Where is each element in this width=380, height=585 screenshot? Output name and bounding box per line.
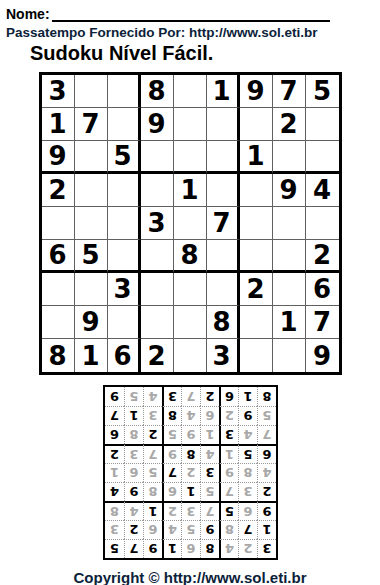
- sudoku-cell-r3c4[interactable]: [141, 141, 174, 174]
- sudoku-cell-r1c8: 7: [273, 75, 306, 108]
- copyright-line: Copyright © http://www.sol.eti.br: [6, 569, 374, 585]
- sudoku-cell-r4c3[interactable]: [108, 174, 141, 207]
- sudoku-cell-r8c4[interactable]: [141, 306, 174, 339]
- sudoku-cell-r6c8[interactable]: [273, 240, 306, 273]
- solution-cell-r3c1: 9: [257, 501, 276, 520]
- sudoku-cell-r6c4[interactable]: [141, 240, 174, 273]
- solution-cell-r5c9: 1: [105, 463, 124, 482]
- solution-cell-r1c3: 4: [219, 539, 238, 558]
- solution-cell-r1c4: 8: [200, 539, 219, 558]
- sudoku-cell-r1c1: 3: [42, 75, 75, 108]
- solution-cell-r7c5: 9: [181, 425, 200, 444]
- solution-grid-wrapper: 3248619751789546239657321482375168944893…: [103, 385, 278, 560]
- solution-cell-r9c8: 5: [124, 387, 143, 406]
- sudoku-cell-r3c6[interactable]: [207, 141, 240, 174]
- solution-cell-r9c1: 8: [257, 387, 276, 406]
- sudoku-cell-r3c8[interactable]: [273, 141, 306, 174]
- solution-grid: 3248619751789546239657321482375168944893…: [103, 385, 278, 560]
- sudoku-cell-r8c6: 8: [207, 306, 240, 339]
- sudoku-cell-r4c2[interactable]: [75, 174, 108, 207]
- solution-cell-r4c5: 1: [181, 482, 200, 501]
- sudoku-cell-r1c3[interactable]: [108, 75, 141, 108]
- solution-cell-r7c2: 4: [238, 425, 257, 444]
- solution-cell-r4c4: 5: [200, 482, 219, 501]
- solution-cell-r5c3: 9: [219, 463, 238, 482]
- sudoku-cell-r1c4: 8: [141, 75, 174, 108]
- page-title: Sudoku Nível Fácil.: [30, 42, 374, 65]
- solution-cell-r6c7: 7: [143, 444, 162, 463]
- sudoku-cell-r1c9: 5: [306, 75, 339, 108]
- sudoku-cell-r3c2[interactable]: [75, 141, 108, 174]
- solution-cell-r1c9: 5: [105, 539, 124, 558]
- sudoku-cell-r3c5[interactable]: [174, 141, 207, 174]
- solution-cell-r8c1: 5: [257, 406, 276, 425]
- solution-cell-r8c8: 1: [124, 406, 143, 425]
- solution-cell-r7c7: 2: [143, 425, 162, 444]
- sudoku-cell-r6c5: 8: [174, 240, 207, 273]
- solution-cell-r7c8: 8: [124, 425, 143, 444]
- solution-cell-r4c2: 3: [238, 482, 257, 501]
- solution-cell-r3c2: 6: [238, 501, 257, 520]
- solution-cell-r2c2: 7: [238, 520, 257, 539]
- sudoku-cell-r7c3: 3: [108, 273, 141, 306]
- solution-cell-r4c7: 8: [143, 482, 162, 501]
- sudoku-cell-r8c2: 9: [75, 306, 108, 339]
- solution-cell-r2c3: 8: [219, 520, 238, 539]
- sudoku-cell-r1c2[interactable]: [75, 75, 108, 108]
- solution-cell-r5c2: 8: [238, 463, 257, 482]
- solution-cell-r3c9: 8: [105, 501, 124, 520]
- sudoku-cell-r8c9: 7: [306, 306, 339, 339]
- sudoku-cell-r2c9[interactable]: [306, 108, 339, 141]
- sudoku-cell-r1c5[interactable]: [174, 75, 207, 108]
- solution-cell-r8c6: 8: [162, 406, 181, 425]
- solution-cell-r7c9: 6: [105, 425, 124, 444]
- solution-cell-r8c5: 4: [181, 406, 200, 425]
- solution-cell-r1c2: 2: [238, 539, 257, 558]
- solution-cell-r2c5: 5: [181, 520, 200, 539]
- sudoku-cell-r8c7[interactable]: [240, 306, 273, 339]
- solution-cell-r4c1: 2: [257, 482, 276, 501]
- sudoku-cell-r2c3[interactable]: [108, 108, 141, 141]
- sudoku-cell-r6c2: 5: [75, 240, 108, 273]
- sudoku-cell-r9c5[interactable]: [174, 339, 207, 372]
- solution-cell-r2c6: 4: [162, 520, 181, 539]
- sudoku-cell-r9c2: 1: [75, 339, 108, 372]
- sudoku-cell-r9c9: 9: [306, 339, 339, 372]
- solution-cell-r9c6: 3: [162, 387, 181, 406]
- sudoku-cell-r8c5[interactable]: [174, 306, 207, 339]
- sudoku-cell-r3c7: 1: [240, 141, 273, 174]
- sudoku-cell-r3c3: 5: [108, 141, 141, 174]
- sudoku-cell-r4c1: 2: [42, 174, 75, 207]
- solution-cell-r1c8: 7: [124, 539, 143, 558]
- sudoku-cell-r4c7[interactable]: [240, 174, 273, 207]
- sudoku-cell-r5c5[interactable]: [174, 207, 207, 240]
- solution-cell-r8c7: 3: [143, 406, 162, 425]
- solution-cell-r7c4: 1: [200, 425, 219, 444]
- solution-cell-r9c4: 2: [200, 387, 219, 406]
- sudoku-cell-r2c8: 2: [273, 108, 306, 141]
- sudoku-cell-r7c8[interactable]: [273, 273, 306, 306]
- solution-cell-r5c4: 3: [200, 463, 219, 482]
- sudoku-cell-r6c1: 6: [42, 240, 75, 273]
- sudoku-cell-r6c7[interactable]: [240, 240, 273, 273]
- sudoku-cell-r4c4[interactable]: [141, 174, 174, 207]
- provider-line: Passatempo Fornecido Por: http://www.sol…: [6, 25, 374, 40]
- sudoku-grid: 381975179295121943765823269817816239: [39, 72, 342, 375]
- solution-cell-r7c1: 7: [257, 425, 276, 444]
- solution-cell-r6c9: 2: [105, 444, 124, 463]
- solution-cell-r2c7: 6: [143, 520, 162, 539]
- solution-cell-r5c7: 5: [143, 463, 162, 482]
- solution-cell-r8c9: 7: [105, 406, 124, 425]
- sudoku-cell-r6c9: 2: [306, 240, 339, 273]
- sudoku-cell-r2c1: 1: [42, 108, 75, 141]
- solution-cell-r3c6: 2: [162, 501, 181, 520]
- name-underline: [52, 7, 330, 22]
- solution-cell-r2c4: 9: [200, 520, 219, 539]
- sudoku-cell-r5c3[interactable]: [108, 207, 141, 240]
- solution-cell-r3c8: 4: [124, 501, 143, 520]
- solution-cell-r6c5: 8: [181, 444, 200, 463]
- worksheet-page: Nome: Passatempo Fornecido Por: http://w…: [0, 0, 380, 585]
- solution-cell-r1c6: 1: [162, 539, 181, 558]
- solution-cell-r8c4: 6: [200, 406, 219, 425]
- sudoku-cell-r4c5: 1: [174, 174, 207, 207]
- sudoku-cell-r2c5[interactable]: [174, 108, 207, 141]
- solution-cell-r1c7: 9: [143, 539, 162, 558]
- sudoku-cell-r9c1: 8: [42, 339, 75, 372]
- solution-cell-r4c9: 4: [105, 482, 124, 501]
- solution-cell-r3c4: 7: [200, 501, 219, 520]
- sudoku-cell-r3c9[interactable]: [306, 141, 339, 174]
- solution-cell-r6c2: 5: [238, 444, 257, 463]
- sudoku-cell-r9c3: 6: [108, 339, 141, 372]
- sudoku-cell-r5c7[interactable]: [240, 207, 273, 240]
- sudoku-cell-r5c6: 7: [207, 207, 240, 240]
- solution-cell-r2c1: 1: [257, 520, 276, 539]
- sudoku-cell-r7c9: 6: [306, 273, 339, 306]
- solution-cell-r1c1: 3: [257, 539, 276, 558]
- sudoku-cell-r4c6[interactable]: [207, 174, 240, 207]
- solution-cell-r5c8: 6: [124, 463, 143, 482]
- solution-cell-r9c9: 9: [105, 387, 124, 406]
- solution-cell-r4c3: 7: [219, 482, 238, 501]
- solution-cell-r9c3: 6: [219, 387, 238, 406]
- solution-cell-r6c1: 6: [257, 444, 276, 463]
- sudoku-cell-r8c3[interactable]: [108, 306, 141, 339]
- solution-cell-r3c7: 1: [143, 501, 162, 520]
- solution-cell-r8c2: 9: [238, 406, 257, 425]
- solution-cell-r2c8: 2: [124, 520, 143, 539]
- sudoku-cell-r5c8[interactable]: [273, 207, 306, 240]
- sudoku-cell-r2c7[interactable]: [240, 108, 273, 141]
- sudoku-cell-r9c7[interactable]: [240, 339, 273, 372]
- sudoku-cell-r7c2[interactable]: [75, 273, 108, 306]
- sudoku-cell-r1c7: 9: [240, 75, 273, 108]
- solution-cell-r8c3: 2: [219, 406, 238, 425]
- solution-cell-r5c1: 4: [257, 463, 276, 482]
- sudoku-cell-r9c4: 2: [141, 339, 174, 372]
- sudoku-cell-r8c8: 1: [273, 306, 306, 339]
- name-label: Nome:: [6, 6, 50, 22]
- solution-cell-r6c4: 4: [200, 444, 219, 463]
- solution-cell-r2c9: 3: [105, 520, 124, 539]
- sudoku-cell-r4c9: 4: [306, 174, 339, 207]
- sudoku-cell-r6c3[interactable]: [108, 240, 141, 273]
- solution-cell-r3c5: 3: [181, 501, 200, 520]
- sudoku-cell-r5c9[interactable]: [306, 207, 339, 240]
- solution-cell-r7c6: 5: [162, 425, 181, 444]
- sudoku-cell-r5c1[interactable]: [42, 207, 75, 240]
- sudoku-cell-r5c4: 3: [141, 207, 174, 240]
- sudoku-cell-r9c8[interactable]: [273, 339, 306, 372]
- solution-cell-r6c6: 9: [162, 444, 181, 463]
- solution-cell-r5c6: 7: [162, 463, 181, 482]
- sudoku-cell-r7c5[interactable]: [174, 273, 207, 306]
- solution-cell-r4c6: 6: [162, 482, 181, 501]
- solution-cell-r3c3: 5: [219, 501, 238, 520]
- solution-cell-r4c8: 9: [124, 482, 143, 501]
- sudoku-cell-r8c1[interactable]: [42, 306, 75, 339]
- solution-cell-r9c2: 1: [238, 387, 257, 406]
- sudoku-cell-r7c4[interactable]: [141, 273, 174, 306]
- sudoku-cell-r3c1: 9: [42, 141, 75, 174]
- sudoku-cell-r1c6: 1: [207, 75, 240, 108]
- solution-cell-r7c3: 3: [219, 425, 238, 444]
- sudoku-cell-r5c2[interactable]: [75, 207, 108, 240]
- sudoku-cell-r7c6[interactable]: [207, 273, 240, 306]
- solution-cell-r6c8: 3: [124, 444, 143, 463]
- sudoku-cell-r4c8: 9: [273, 174, 306, 207]
- sudoku-cell-r9c6: 3: [207, 339, 240, 372]
- sudoku-cell-r7c7: 2: [240, 273, 273, 306]
- solution-cell-r9c5: 7: [181, 387, 200, 406]
- sudoku-cell-r6c6[interactable]: [207, 240, 240, 273]
- solution-cell-r5c5: 2: [181, 463, 200, 482]
- solution-cell-r6c3: 1: [219, 444, 238, 463]
- sudoku-cell-r2c2: 7: [75, 108, 108, 141]
- solution-cell-r1c5: 6: [181, 539, 200, 558]
- name-row: Nome:: [6, 6, 374, 22]
- sudoku-cell-r2c6[interactable]: [207, 108, 240, 141]
- sudoku-cell-r7c1[interactable]: [42, 273, 75, 306]
- solution-cell-r9c7: 4: [143, 387, 162, 406]
- sudoku-cell-r2c4: 9: [141, 108, 174, 141]
